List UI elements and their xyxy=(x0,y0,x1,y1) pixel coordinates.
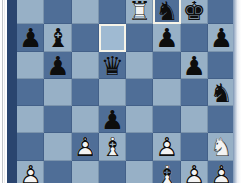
square-f2[interactable]: ♝♗ xyxy=(153,161,180,184)
window-edge-fade xyxy=(233,0,241,183)
square-c8[interactable] xyxy=(72,0,99,24)
window-edge-line-2 xyxy=(4,0,5,183)
square-c6[interactable] xyxy=(72,52,99,79)
black-pawn: ♟ xyxy=(44,52,71,79)
square-h2[interactable]: ♟♙ xyxy=(208,161,235,184)
square-b5[interactable] xyxy=(44,79,71,106)
square-d4[interactable]: ♟ xyxy=(99,106,126,133)
square-f6[interactable] xyxy=(153,52,180,79)
square-g5[interactable] xyxy=(181,79,208,106)
white-rook-outline: ♖ xyxy=(128,0,151,25)
square-f5[interactable] xyxy=(153,79,180,106)
square-e8[interactable]: ♜♖ xyxy=(126,0,153,24)
square-h5[interactable]: ♞ xyxy=(208,79,235,106)
square-g6[interactable]: ♟ xyxy=(181,52,208,79)
white-knight: ♞♘ xyxy=(208,134,235,161)
square-a2[interactable]: ♟♙ xyxy=(17,161,44,184)
black-knight: ♞ xyxy=(153,0,180,25)
square-b6[interactable]: ♟ xyxy=(44,52,71,79)
square-d2[interactable] xyxy=(99,161,126,184)
white-bishop-outline: ♗ xyxy=(101,134,124,161)
square-a7[interactable]: ♟ xyxy=(17,24,44,51)
square-h6[interactable] xyxy=(208,52,235,79)
white-pawn: ♟♙ xyxy=(208,161,235,183)
white-pawn-outline: ♙ xyxy=(19,161,42,183)
square-f3[interactable]: ♟♙ xyxy=(153,133,180,160)
white-pawn-outline: ♙ xyxy=(73,134,96,161)
white-pawn-outline: ♙ xyxy=(210,161,233,183)
black-pawn: ♟ xyxy=(17,25,44,52)
white-bishop-outline: ♗ xyxy=(155,161,178,183)
board-clip: ♜♖♞♚♟♝♟♟♟♛♟♞♟♟♙♝♗♟♙♞♘♟♙♝♗♟♙♟♙ xyxy=(17,0,235,183)
square-b8[interactable] xyxy=(44,0,71,24)
square-d6[interactable]: ♛ xyxy=(99,52,126,79)
square-e2[interactable] xyxy=(126,161,153,184)
square-e5[interactable] xyxy=(126,79,153,106)
square-g3[interactable] xyxy=(181,133,208,160)
black-pawn: ♟ xyxy=(153,25,180,52)
square-g2[interactable]: ♟♙ xyxy=(181,161,208,184)
square-c5[interactable] xyxy=(72,79,99,106)
black-pawn: ♟ xyxy=(181,52,208,79)
square-b2[interactable] xyxy=(44,161,71,184)
square-a3[interactable] xyxy=(17,133,44,160)
square-g7[interactable] xyxy=(181,24,208,51)
white-pawn: ♟♙ xyxy=(72,134,99,161)
square-g4[interactable] xyxy=(181,106,208,133)
square-h8[interactable] xyxy=(208,0,235,24)
square-f8[interactable]: ♞ xyxy=(153,0,180,24)
square-e4[interactable] xyxy=(126,106,153,133)
square-c2[interactable] xyxy=(72,161,99,184)
square-d7[interactable] xyxy=(99,24,126,51)
black-king: ♚ xyxy=(181,0,208,25)
square-d5[interactable] xyxy=(99,79,126,106)
square-h4[interactable] xyxy=(208,106,235,133)
black-bishop: ♝ xyxy=(44,25,71,52)
chess-board: ♜♖♞♚♟♝♟♟♟♛♟♞♟♟♙♝♗♟♙♞♘♟♙♝♗♟♙♟♙ xyxy=(17,0,235,183)
black-pawn: ♟ xyxy=(99,107,126,134)
black-pawn: ♟ xyxy=(208,25,235,52)
square-a6[interactable] xyxy=(17,52,44,79)
white-bishop: ♝♗ xyxy=(99,134,126,161)
square-a4[interactable] xyxy=(17,106,44,133)
board-frame: ♜♖♞♚♟♝♟♟♟♛♟♞♟♟♙♝♗♟♙♞♘♟♙♝♗♟♙♟♙ xyxy=(7,0,233,183)
square-c3[interactable]: ♟♙ xyxy=(72,133,99,160)
square-h7[interactable]: ♟ xyxy=(208,24,235,51)
square-e7[interactable] xyxy=(126,24,153,51)
white-pawn: ♟♙ xyxy=(181,161,208,183)
square-f7[interactable]: ♟ xyxy=(153,24,180,51)
window-edge-line xyxy=(2,0,3,183)
square-a8[interactable] xyxy=(17,0,44,24)
white-bishop: ♝♗ xyxy=(153,161,180,183)
square-g8[interactable]: ♚ xyxy=(181,0,208,24)
square-b4[interactable] xyxy=(44,106,71,133)
chess-app-screenshot: ♜♖♞♚♟♝♟♟♟♛♟♞♟♟♙♝♗♟♙♞♘♟♙♝♗♟♙♟♙ xyxy=(0,0,245,183)
square-f4[interactable] xyxy=(153,106,180,133)
square-h3[interactable]: ♞♘ xyxy=(208,133,235,160)
white-rook: ♜♖ xyxy=(126,0,153,25)
square-a5[interactable] xyxy=(17,79,44,106)
white-pawn-outline: ♙ xyxy=(155,134,178,161)
black-queen: ♛ xyxy=(99,52,126,79)
square-c7[interactable] xyxy=(72,24,99,51)
square-d3[interactable]: ♝♗ xyxy=(99,133,126,160)
square-e3[interactable] xyxy=(126,133,153,160)
white-pawn: ♟♙ xyxy=(17,161,44,183)
white-knight-outline: ♘ xyxy=(210,134,233,161)
square-b7[interactable]: ♝ xyxy=(44,24,71,51)
square-e6[interactable] xyxy=(126,52,153,79)
white-pawn-outline: ♙ xyxy=(182,161,205,183)
square-b3[interactable] xyxy=(44,133,71,160)
square-d8[interactable] xyxy=(99,0,126,24)
square-c4[interactable] xyxy=(72,106,99,133)
white-pawn: ♟♙ xyxy=(153,134,180,161)
black-knight: ♞ xyxy=(208,79,235,106)
